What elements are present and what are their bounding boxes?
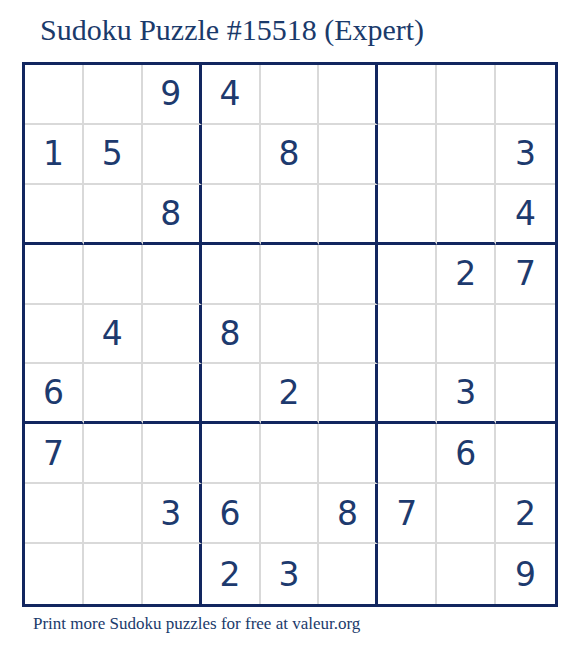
cell-r9c4: 2 — [202, 544, 261, 604]
cell-r7c8: 6 — [437, 424, 496, 484]
given-digit: 4 — [220, 77, 241, 110]
given-digit: 2 — [455, 257, 476, 290]
given-digit: 6 — [455, 437, 476, 470]
cell-r1c5 — [261, 65, 320, 125]
cell-r2c5: 8 — [261, 125, 320, 185]
cell-r3c2 — [84, 185, 143, 245]
cell-r7c4 — [202, 424, 261, 484]
cell-r3c6 — [319, 185, 378, 245]
cell-r1c2 — [84, 65, 143, 125]
given-digit: 2 — [220, 558, 241, 591]
cell-r8c5 — [261, 484, 320, 544]
given-digit: 7 — [396, 497, 417, 530]
cell-r9c2 — [84, 544, 143, 604]
given-digit: 7 — [43, 437, 64, 470]
given-digit: 7 — [515, 257, 536, 290]
puzzle-title: Sudoku Puzzle #15518 (Expert) — [40, 13, 424, 47]
sudoku-board: 9415838427486237636872239 — [22, 62, 558, 607]
given-digit: 4 — [515, 197, 536, 230]
cell-r1c1 — [25, 65, 84, 125]
given-digit: 4 — [102, 317, 123, 350]
given-digit: 5 — [102, 137, 123, 170]
cell-r9c1 — [25, 544, 84, 604]
given-digit: 1 — [43, 137, 64, 170]
cell-r5c1 — [25, 305, 84, 365]
cell-r4c2 — [84, 245, 143, 305]
cell-r6c7 — [378, 364, 437, 424]
cell-r8c2 — [84, 484, 143, 544]
cell-r3c5 — [261, 185, 320, 245]
cell-r8c6: 8 — [319, 484, 378, 544]
cell-r8c7: 7 — [378, 484, 437, 544]
given-digit: 6 — [43, 376, 64, 409]
cell-r2c2: 5 — [84, 125, 143, 185]
cell-r7c7 — [378, 424, 437, 484]
cell-r1c4: 4 — [202, 65, 261, 125]
given-digit: 3 — [160, 497, 181, 530]
cell-r9c5: 3 — [261, 544, 320, 604]
cell-r5c7 — [378, 305, 437, 365]
cell-r6c8: 3 — [437, 364, 496, 424]
given-digit: 2 — [278, 376, 299, 409]
cell-r3c7 — [378, 185, 437, 245]
cell-r6c9 — [496, 364, 555, 424]
cell-r8c9: 2 — [496, 484, 555, 544]
cell-r3c3: 8 — [143, 185, 202, 245]
cell-r8c4: 6 — [202, 484, 261, 544]
given-digit: 6 — [220, 497, 241, 530]
cell-r2c9: 3 — [496, 125, 555, 185]
given-digit: 3 — [455, 376, 476, 409]
given-digit: 3 — [515, 137, 536, 170]
footer-text: Print more Sudoku puzzles for free at va… — [33, 614, 360, 634]
sudoku-page: Sudoku Puzzle #15518 (Expert) 9415838427… — [0, 0, 580, 651]
cell-r6c3 — [143, 364, 202, 424]
cell-r7c5 — [261, 424, 320, 484]
cell-r4c9: 7 — [496, 245, 555, 305]
given-digit: 8 — [220, 317, 241, 350]
cell-r1c6 — [319, 65, 378, 125]
cell-r9c7 — [378, 544, 437, 604]
cell-r6c4 — [202, 364, 261, 424]
cell-r4c1 — [25, 245, 84, 305]
given-digit: 9 — [160, 77, 181, 110]
cell-r3c9: 4 — [496, 185, 555, 245]
cell-r6c2 — [84, 364, 143, 424]
cell-r3c1 — [25, 185, 84, 245]
given-digit: 8 — [278, 137, 299, 170]
cell-r9c8 — [437, 544, 496, 604]
cell-r4c8: 2 — [437, 245, 496, 305]
cell-r9c9: 9 — [496, 544, 555, 604]
cell-r6c6 — [319, 364, 378, 424]
cell-r5c6 — [319, 305, 378, 365]
cell-r1c3: 9 — [143, 65, 202, 125]
cell-r8c1 — [25, 484, 84, 544]
cell-r6c1: 6 — [25, 364, 84, 424]
cell-r2c6 — [319, 125, 378, 185]
given-digit: 3 — [278, 558, 299, 591]
cell-r7c3 — [143, 424, 202, 484]
cell-r2c3 — [143, 125, 202, 185]
given-digit: 2 — [515, 497, 536, 530]
cell-r2c7 — [378, 125, 437, 185]
given-digit: 9 — [515, 558, 536, 591]
cell-r9c6 — [319, 544, 378, 604]
cell-r7c2 — [84, 424, 143, 484]
cell-r2c1: 1 — [25, 125, 84, 185]
cell-r5c3 — [143, 305, 202, 365]
cell-r6c5: 2 — [261, 364, 320, 424]
cell-r1c7 — [378, 65, 437, 125]
cell-r8c3: 3 — [143, 484, 202, 544]
cell-r5c2: 4 — [84, 305, 143, 365]
cell-r2c4 — [202, 125, 261, 185]
cell-r4c6 — [319, 245, 378, 305]
cell-r5c5 — [261, 305, 320, 365]
given-digit: 8 — [160, 197, 181, 230]
cell-r4c7 — [378, 245, 437, 305]
cell-r7c6 — [319, 424, 378, 484]
given-digit: 8 — [337, 497, 358, 530]
cell-r4c4 — [202, 245, 261, 305]
cell-r1c8 — [437, 65, 496, 125]
cell-r5c8 — [437, 305, 496, 365]
cell-r2c8 — [437, 125, 496, 185]
cell-r4c5 — [261, 245, 320, 305]
cell-r8c8 — [437, 484, 496, 544]
cell-r7c9 — [496, 424, 555, 484]
cell-r9c3 — [143, 544, 202, 604]
cell-r3c4 — [202, 185, 261, 245]
cell-r4c3 — [143, 245, 202, 305]
cell-r3c8 — [437, 185, 496, 245]
cell-r5c4: 8 — [202, 305, 261, 365]
cell-r1c9 — [496, 65, 555, 125]
cell-r7c1: 7 — [25, 424, 84, 484]
cell-r5c9 — [496, 305, 555, 365]
